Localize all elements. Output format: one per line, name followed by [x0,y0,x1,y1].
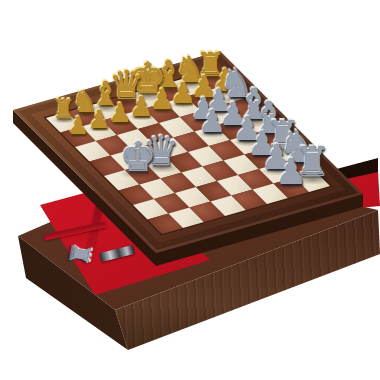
tray-piece-silver-rook: ♜ [65,240,95,267]
piece-gold-pawn-b7: ♟ [88,107,111,132]
piece-silver-pawn-g1: ♟ [275,154,307,190]
chess-set-product-photo: ♜ ♜♞♝♛♚♝♞♜♟♟♟♟♟♟♟♟♟♟♞♚♛♟♟♝♟♝♟♜♟♞♟♜ [0,0,380,380]
piece-silver-king-b5: ♚ [120,136,157,177]
piece-silver-pawn-f5: ♟ [198,106,226,137]
piece-gold-pawn-d7: ♟ [129,93,153,120]
piece-gold-pawn-e7: ♟ [150,86,175,114]
piece-gold-pawn-a7: ♟ [67,114,89,138]
piece-gold-pawn-c7: ♟ [109,100,132,126]
